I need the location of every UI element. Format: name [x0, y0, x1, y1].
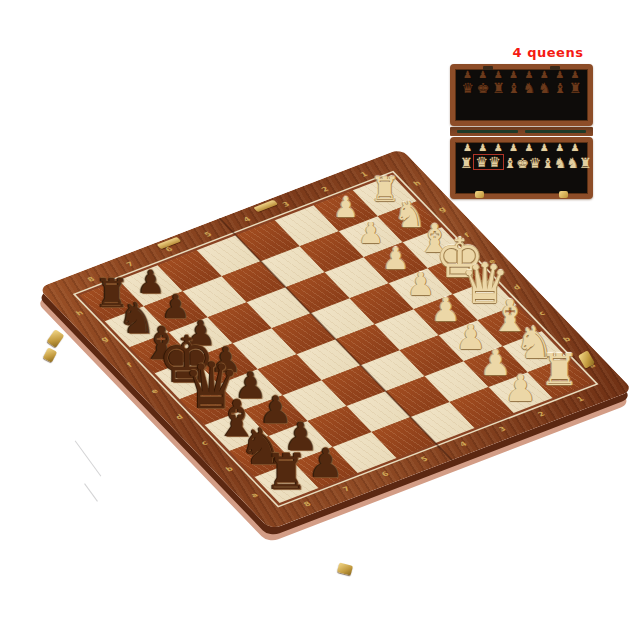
coord-label: g: [99, 335, 110, 343]
case-piece: ♞: [554, 156, 567, 170]
brass-hinge-icon: [253, 200, 278, 212]
case-hinge-icon: [483, 66, 493, 70]
case-piece: ♞: [523, 81, 536, 95]
case-piece: ♝: [508, 81, 521, 95]
case-piece: ♝: [541, 156, 554, 170]
coord-label: 1: [359, 170, 370, 178]
case-piece: ♜: [579, 156, 592, 170]
case-piece: ♟: [540, 143, 549, 153]
case-piece: ♞: [567, 156, 580, 170]
case-piece: ♟: [494, 70, 503, 80]
case-piece: ♟: [571, 70, 580, 80]
case-piece: ♟: [509, 143, 518, 153]
extra-queens-highlight: ♛♛: [473, 154, 504, 170]
coord-label: 8: [302, 500, 313, 508]
case-clasp-icon: [559, 191, 568, 198]
case-piece: ♟: [525, 70, 534, 80]
case-piece: ♝: [504, 156, 517, 170]
case-piece: ♜: [460, 156, 473, 170]
case-piece: ♟: [571, 143, 580, 153]
coord-label: g: [437, 205, 448, 213]
case-lid: ♟♟♟♟♟♟♟♟ ♛♚♜♝♞♞♝♜: [450, 64, 593, 126]
storage-case-inset: ♟♟♟♟♟♟♟♟ ♛♚♜♝♞♞♝♜ ♟♟♟♟♟♟♟♟ ♜♛♛♝♚♛♝♞♞♜: [450, 64, 593, 199]
chess-set-product-photo: 88hh77gg66ff55ee44dd33cc22bb11aa ♜♞♝♛♚♝♞…: [0, 0, 640, 640]
case-piece: ♟: [479, 143, 488, 153]
coord-label: 3: [281, 200, 292, 208]
coord-label: 6: [164, 245, 175, 253]
chess-board: 88hh77gg66ff55ee44dd33cc22bb11aa: [38, 148, 633, 529]
case-piece: ♟: [555, 70, 564, 80]
coord-label: h: [412, 179, 423, 187]
coord-label: c: [537, 310, 547, 317]
coord-label: 2: [536, 410, 547, 418]
coord-label: d: [511, 283, 522, 291]
brass-clasp-icon: [43, 347, 57, 362]
case-hinge-icon: [550, 66, 560, 70]
dark-pawn-row: ♟♟♟♟♟♟♟♟: [455, 69, 588, 80]
case-felt-divider: [450, 127, 593, 136]
case-piece: ♛: [529, 156, 542, 170]
light-pawn-row: ♟♟♟♟♟♟♟♟: [455, 142, 588, 153]
case-piece: ♟: [540, 70, 549, 80]
case-piece: ♜: [492, 81, 505, 95]
coord-label: f: [125, 362, 134, 369]
coord-label: 2: [320, 185, 331, 193]
scratch-mark: [75, 440, 102, 476]
case-piece: ♟: [525, 143, 534, 153]
coord-label: 5: [203, 230, 214, 238]
four-queens-annotation: 4 queens: [510, 45, 586, 60]
case-piece: ♟: [555, 143, 564, 153]
case-piece: ♞: [538, 81, 551, 95]
coord-label: e: [149, 387, 160, 395]
case-piece: ♜: [569, 81, 582, 95]
case-clasp-icon: [475, 191, 484, 198]
coord-label: 7: [341, 485, 352, 493]
coord-label: c: [199, 439, 209, 446]
coord-label: 8: [86, 275, 97, 283]
brass-clasp-icon: [337, 562, 353, 575]
case-piece: ♛: [488, 155, 501, 169]
case-piece: ♟: [509, 70, 518, 80]
coord-label: 6: [380, 470, 391, 478]
scratch-mark: [84, 483, 98, 501]
case-piece: ♟: [463, 70, 472, 80]
case-piece: ♟: [463, 143, 472, 153]
coord-label: 5: [419, 455, 430, 463]
case-piece: ♛: [476, 155, 489, 169]
coord-label: b: [224, 465, 235, 473]
case-base: ♟♟♟♟♟♟♟♟ ♜♛♛♝♚♛♝♞♞♜: [450, 137, 593, 199]
coord-label: d: [174, 413, 185, 421]
coord-label: b: [561, 335, 572, 343]
coord-label: a: [249, 491, 260, 499]
case-piece: ♚: [477, 81, 490, 95]
case-piece: ♟: [479, 70, 488, 80]
coord-label: 4: [242, 215, 253, 223]
case-piece: ♚: [516, 156, 529, 170]
coord-label: 3: [497, 425, 508, 433]
dark-major-row: ♛♚♜♝♞♞♝♜: [455, 80, 588, 95]
case-piece: ♟: [494, 143, 503, 153]
coord-label: h: [74, 309, 85, 317]
coord-label: f: [463, 232, 472, 239]
coord-label: 7: [125, 260, 136, 268]
case-piece: ♝: [554, 81, 567, 95]
case-piece: ♛: [461, 81, 474, 95]
coord-label: e: [487, 257, 498, 265]
coord-label: 1: [575, 395, 586, 403]
brass-clasp-icon: [47, 329, 65, 348]
light-major-row: ♜♛♛♝♚♛♝♞♞♜: [455, 153, 588, 170]
coord-label: 4: [458, 440, 469, 448]
